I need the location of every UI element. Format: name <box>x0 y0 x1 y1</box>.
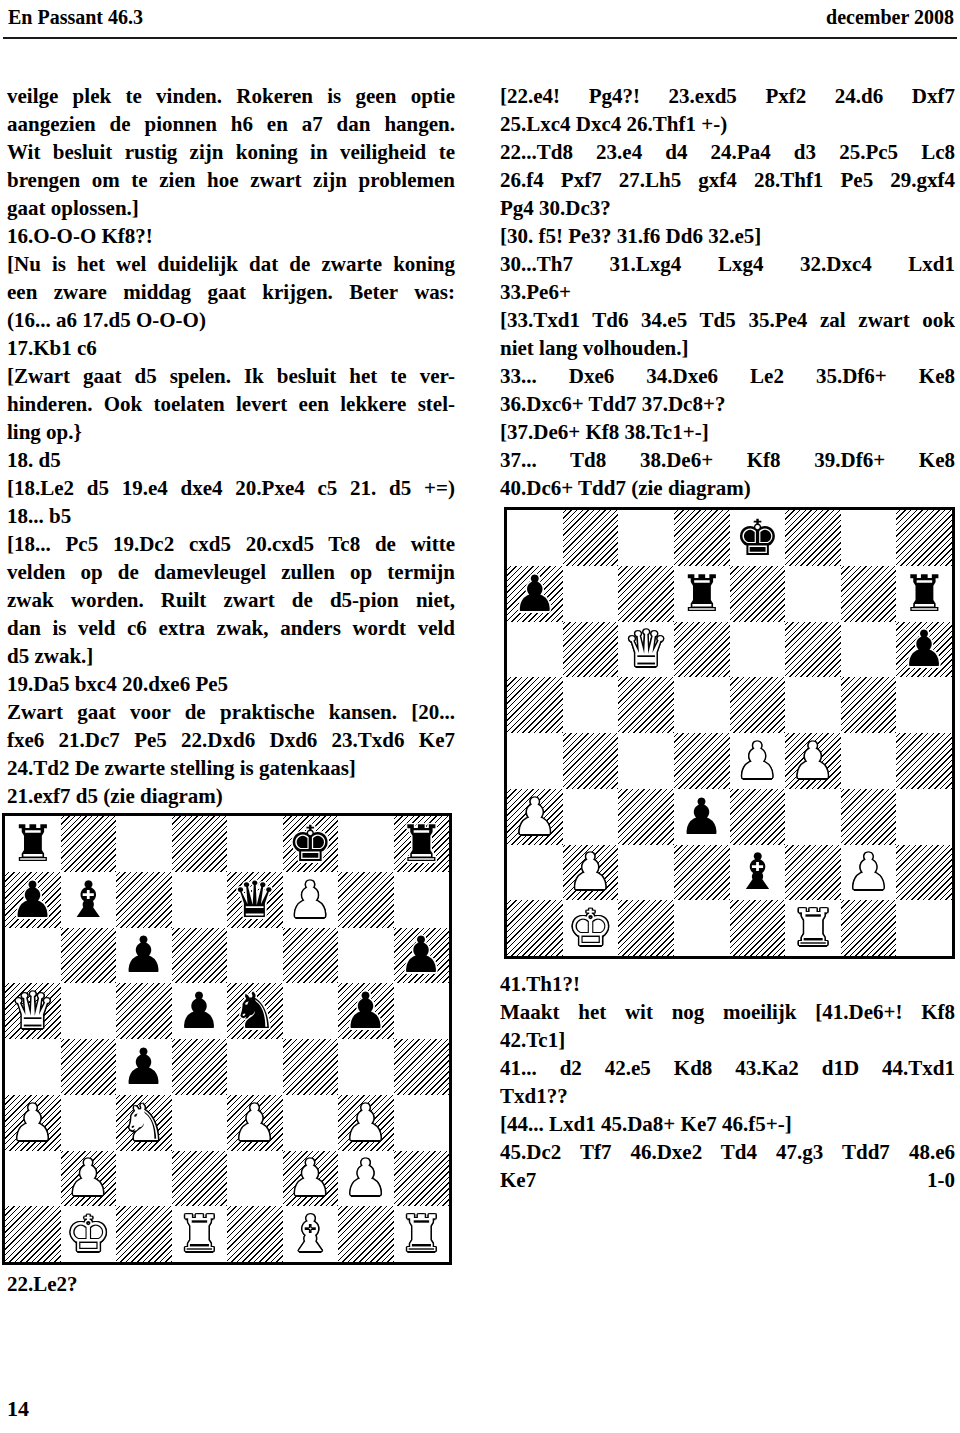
square-c8 <box>116 816 172 872</box>
text-line: 45.Dc2 Tf7 46.Dxe2 Td4 47.g3 Tdd7 48.e6 <box>500 1138 955 1166</box>
square-c4 <box>618 733 674 789</box>
black-pawn-d3: ♟ <box>679 792 724 842</box>
white-pawn-a3: ♟ <box>512 792 557 842</box>
square-h4 <box>896 733 952 789</box>
text-line: 37... Td8 38.De6+ Kf8 39.Df6+ Ke8 <box>500 446 955 474</box>
square-a2 <box>507 845 563 901</box>
square-e8 <box>227 816 283 872</box>
square-f7 <box>785 566 841 622</box>
square-g1 <box>338 1206 394 1262</box>
square-e1 <box>730 900 786 956</box>
white-king-b1: ♚ <box>66 1209 111 1259</box>
black-rook-h7: ♜ <box>902 569 947 619</box>
square-b6 <box>563 622 619 678</box>
magazine-title: En Passant 46.3 <box>8 6 143 29</box>
black-queen-e7: ♛ <box>232 875 277 925</box>
text-line: [18.Le2 d5 19.e4 dxe4 20.Pxe4 c5 21. d5 … <box>7 474 455 502</box>
square-d6 <box>172 928 228 984</box>
square-h8 <box>896 510 952 566</box>
square-c1 <box>618 900 674 956</box>
square-f1: ♝ <box>283 1206 339 1262</box>
square-b3 <box>61 1095 117 1151</box>
square-a8 <box>507 510 563 566</box>
header-rule <box>3 37 957 39</box>
square-g8 <box>338 816 394 872</box>
black-pawn-a7: ♟ <box>10 875 55 925</box>
square-d4 <box>674 733 730 789</box>
square-g4 <box>841 733 897 789</box>
white-knight-c3: ♞ <box>121 1098 166 1148</box>
square-b6 <box>61 928 117 984</box>
square-g8 <box>841 510 897 566</box>
white-pawn-f7: ♟ <box>288 875 333 925</box>
text-line: brengen om te zien hoe zwart zijn proble… <box>7 166 455 194</box>
text-line: [44... Lxd1 45.Da8+ Ke7 46.f5+-] <box>500 1110 955 1138</box>
square-c6: ♛ <box>618 622 674 678</box>
text-line: aangezien de pionnen h6 en a7 dan hangen… <box>7 110 455 138</box>
square-g7 <box>338 872 394 928</box>
square-f8: ♚ <box>283 816 339 872</box>
white-queen-c6: ♛ <box>624 624 669 674</box>
white-pawn-a3: ♟ <box>10 1098 55 1148</box>
text-line: dan is veld c6 extra zwak, anders wordt … <box>7 614 455 642</box>
square-b5 <box>563 677 619 733</box>
square-a5: ♛ <box>5 983 61 1039</box>
text-line: een zware middag gaat krijgen. Beter was… <box>7 278 455 306</box>
text-line: 25.Lxc4 Dxc4 26.Thf1 +-) <box>500 110 955 138</box>
square-h3 <box>394 1095 450 1151</box>
square-g3: ♟ <box>338 1095 394 1151</box>
text-line: niet lang volhouden.] <box>500 334 955 362</box>
square-c7 <box>116 872 172 928</box>
text-line: 33.Pe6+ <box>500 278 955 306</box>
square-b4 <box>61 1039 117 1095</box>
white-rook-h1: ♜ <box>399 1209 444 1259</box>
text-line: 41.Th1?! <box>500 970 955 998</box>
square-e7 <box>730 566 786 622</box>
square-e2: ♝ <box>730 845 786 901</box>
text-line: d5 zwak.] <box>7 642 455 670</box>
text-line: Ke71-0 <box>500 1166 955 1194</box>
right-text-column-top: [22.e4! Pg4?! 23.exd5 Pxf2 24.d6 Dxf725.… <box>500 82 955 502</box>
square-g4 <box>338 1039 394 1095</box>
text-line: [30. f5! Pe3? 31.f6 Dd6 32.e5] <box>500 222 955 250</box>
square-c1 <box>116 1206 172 1262</box>
square-d1: ♜ <box>172 1206 228 1262</box>
square-a3: ♟ <box>507 789 563 845</box>
square-c2 <box>618 845 674 901</box>
text-line: 30...Th7 31.Lxg4 Lxg4 32.Dxc4 Lxd1 <box>500 250 955 278</box>
white-pawn-e4: ♟ <box>735 736 780 786</box>
square-a7: ♟ <box>507 566 563 622</box>
square-f6 <box>785 622 841 678</box>
text-line: 18... b5 <box>7 502 455 530</box>
square-b2: ♟ <box>563 845 619 901</box>
chess-diagram-left: ♜♚♜♟♝♛♟♟♟♛♟♞♟♟♟♞♟♟♟♟♟♚♜♝♜ <box>2 813 452 1265</box>
square-e6 <box>730 622 786 678</box>
square-e3: ♟ <box>227 1095 283 1151</box>
square-a4 <box>507 733 563 789</box>
white-king-b1: ♚ <box>568 903 613 953</box>
square-a3: ♟ <box>5 1095 61 1151</box>
issue-date: december 2008 <box>826 6 954 29</box>
text-line: velden op de damevleugel zullen op termi… <box>7 558 455 586</box>
text-line: 40.Dc6+ Tdd7 (zie diagram) <box>500 474 955 502</box>
text-line: 16.O-O-O Kf8?! <box>7 222 455 250</box>
text-line: 21.exf7 d5 (zie diagram) <box>7 782 455 810</box>
square-g1 <box>841 900 897 956</box>
white-pawn-g2: ♟ <box>846 847 891 897</box>
square-b7 <box>563 566 619 622</box>
text-line: 26.f4 Pxf7 27.Lh5 gxf4 28.Thf1 Pe5 29.gx… <box>500 166 955 194</box>
move-22-line: 22.Le2? <box>7 1270 78 1298</box>
text-line: [22.e4! Pg4?! 23.exd5 Pxf2 24.d6 Dxf7 <box>500 82 955 110</box>
black-rook-d7: ♜ <box>679 569 724 619</box>
square-b1: ♚ <box>61 1206 117 1262</box>
square-c4: ♟ <box>116 1039 172 1095</box>
white-pawn-g3: ♟ <box>343 1098 388 1148</box>
square-e6 <box>227 928 283 984</box>
square-d2 <box>674 845 730 901</box>
black-rook-a8: ♜ <box>10 819 55 869</box>
text-line: 36.Dxc6+ Tdd7 37.Dc8+? <box>500 390 955 418</box>
square-f5 <box>283 983 339 1039</box>
text-line: (16... a6 17.d5 O-O-O) <box>7 306 455 334</box>
text-line: fxe6 21.Dc7 Pe5 22.Dxd6 Dxd6 23.Txd6 Ke7 <box>7 726 455 754</box>
square-c6: ♟ <box>116 928 172 984</box>
square-h7: ♜ <box>896 566 952 622</box>
square-f7: ♟ <box>283 872 339 928</box>
square-e4: ♟ <box>730 733 786 789</box>
square-b7: ♝ <box>61 872 117 928</box>
white-pawn-f2: ♟ <box>288 1153 333 1203</box>
square-b5 <box>61 983 117 1039</box>
square-d8 <box>172 816 228 872</box>
square-e5 <box>730 677 786 733</box>
black-pawn-c6: ♟ <box>121 930 166 980</box>
text-line: Maakt het wit nog moeilijk [41.De6+! Kf8 <box>500 998 955 1026</box>
square-h7 <box>394 872 450 928</box>
square-h1 <box>896 900 952 956</box>
square-g2: ♟ <box>841 845 897 901</box>
square-f5 <box>785 677 841 733</box>
square-b8 <box>563 510 619 566</box>
square-f8 <box>785 510 841 566</box>
black-pawn-h6: ♟ <box>399 930 444 980</box>
square-d1 <box>674 900 730 956</box>
white-pawn-g2: ♟ <box>343 1153 388 1203</box>
square-h6: ♟ <box>896 622 952 678</box>
square-h6: ♟ <box>394 928 450 984</box>
square-d2 <box>172 1151 228 1207</box>
square-d6 <box>674 622 730 678</box>
square-b4 <box>563 733 619 789</box>
black-rook-h8: ♜ <box>399 819 444 869</box>
square-e2 <box>227 1151 283 1207</box>
square-h1: ♜ <box>394 1206 450 1262</box>
square-f3 <box>283 1095 339 1151</box>
square-b2: ♟ <box>61 1151 117 1207</box>
black-bishop-b7: ♝ <box>66 875 111 925</box>
black-king-e8: ♚ <box>735 513 780 563</box>
square-f2 <box>785 845 841 901</box>
text-line: [18... Pc5 19.Dc2 cxd5 20.cxd5 Tc8 de wi… <box>7 530 455 558</box>
text-line: 41... d2 42.e5 Kd8 43.Ka2 d1D 44.Txd1 <box>500 1054 955 1082</box>
square-e7: ♛ <box>227 872 283 928</box>
square-f2: ♟ <box>283 1151 339 1207</box>
square-e1 <box>227 1206 283 1262</box>
text-line: 22...Td8 23.e4 d4 24.Pa4 d3 25.Pc5 Lc8 <box>500 138 955 166</box>
square-d4 <box>172 1039 228 1095</box>
square-h8: ♜ <box>394 816 450 872</box>
square-g7 <box>841 566 897 622</box>
white-queen-a5: ♛ <box>10 986 55 1036</box>
text-line: [Zwart gaat d5 spelen. Ik besluit het te… <box>7 362 455 390</box>
black-pawn-d5: ♟ <box>177 986 222 1036</box>
black-bishop-e2: ♝ <box>735 847 780 897</box>
square-f6 <box>283 928 339 984</box>
white-pawn-f4: ♟ <box>791 736 836 786</box>
square-c5 <box>116 983 172 1039</box>
text-line: gaat oplossen.] <box>7 194 455 222</box>
white-pawn-e3: ♟ <box>232 1098 277 1148</box>
square-a1 <box>507 900 563 956</box>
square-a4 <box>5 1039 61 1095</box>
square-d7 <box>172 872 228 928</box>
white-rook-d1: ♜ <box>177 1209 222 1259</box>
page-number: 14 <box>7 1396 29 1422</box>
square-e5: ♞ <box>227 983 283 1039</box>
square-a6 <box>5 928 61 984</box>
black-pawn-a7: ♟ <box>512 569 557 619</box>
square-b8 <box>61 816 117 872</box>
text-line: [Nu is het wel duidelijk dat de zwarte k… <box>7 250 455 278</box>
white-bishop-f1: ♝ <box>288 1209 333 1259</box>
white-rook-f1: ♜ <box>791 903 836 953</box>
square-d3 <box>172 1095 228 1151</box>
square-d3: ♟ <box>674 789 730 845</box>
text-line: zwak worden. Ruilt zwart de d5-pion niet… <box>7 586 455 614</box>
square-g6 <box>338 928 394 984</box>
text-line: Pg4 30.Dc3? <box>500 194 955 222</box>
square-h2 <box>896 845 952 901</box>
square-a7: ♟ <box>5 872 61 928</box>
game-result: 1-0 <box>927 1166 955 1194</box>
text-line: 24.Td2 De zwarte stelling is gatenkaas] <box>7 754 455 782</box>
black-pawn-g5: ♟ <box>343 986 388 1036</box>
text-line: Zwart gaat voor de praktische kansen. [2… <box>7 698 455 726</box>
square-c3 <box>618 789 674 845</box>
text-line: 19.Da5 bxc4 20.dxe6 Pe5 <box>7 670 455 698</box>
square-a8: ♜ <box>5 816 61 872</box>
square-c5 <box>618 677 674 733</box>
square-e4 <box>227 1039 283 1095</box>
square-b1: ♚ <box>563 900 619 956</box>
square-g6 <box>841 622 897 678</box>
square-g2: ♟ <box>338 1151 394 1207</box>
square-c3: ♞ <box>116 1095 172 1151</box>
square-f4 <box>283 1039 339 1095</box>
black-knight-e5: ♞ <box>232 986 277 1036</box>
text-line: Wit besluit rustig zijn koning in veilig… <box>7 138 455 166</box>
text-line: 42.Tc1] <box>500 1026 955 1054</box>
square-c7 <box>618 566 674 622</box>
square-e8: ♚ <box>730 510 786 566</box>
white-pawn-b2: ♟ <box>568 847 613 897</box>
text-line: 18. d5 <box>7 446 455 474</box>
square-h5 <box>896 677 952 733</box>
square-f3 <box>785 789 841 845</box>
square-g5: ♟ <box>338 983 394 1039</box>
square-a1 <box>5 1206 61 1262</box>
square-h3 <box>896 789 952 845</box>
black-pawn-h6: ♟ <box>902 624 947 674</box>
square-c2 <box>116 1151 172 1207</box>
moves-text: Ke7 <box>500 1166 536 1194</box>
square-b3 <box>563 789 619 845</box>
text-line: veilge plek te vinden. Rokeren is geen o… <box>7 82 455 110</box>
text-line: 17.Kb1 c6 <box>7 334 455 362</box>
square-f1: ♜ <box>785 900 841 956</box>
square-d5: ♟ <box>172 983 228 1039</box>
square-g5 <box>841 677 897 733</box>
left-text-column: veilge plek te vinden. Rokeren is geen o… <box>7 82 455 810</box>
square-h2 <box>394 1151 450 1207</box>
square-g3 <box>841 789 897 845</box>
black-pawn-c4: ♟ <box>121 1042 166 1092</box>
text-line: Txd1?? <box>500 1082 955 1110</box>
black-king-f8: ♚ <box>288 819 333 869</box>
square-a2 <box>5 1151 61 1207</box>
text-line: hinderen. Ook toelaten levert een lekker… <box>7 390 455 418</box>
square-f4: ♟ <box>785 733 841 789</box>
text-line: [37.De6+ Kf8 38.Tc1+-] <box>500 418 955 446</box>
text-line: ling op.} <box>7 418 455 446</box>
square-d7: ♜ <box>674 566 730 622</box>
square-h4 <box>394 1039 450 1095</box>
square-a6 <box>507 622 563 678</box>
square-c8 <box>618 510 674 566</box>
white-pawn-b2: ♟ <box>66 1153 111 1203</box>
right-text-column-bottom: 41.Th1?!Maakt het wit nog moeilijk [41.D… <box>500 970 955 1194</box>
text-line: [33.Txd1 Td6 34.e5 Td5 35.Pe4 zal zwart … <box>500 306 955 334</box>
square-d5 <box>674 677 730 733</box>
text-line: 33... Dxe6 34.Dxe6 Le2 35.Df6+ Ke8 <box>500 362 955 390</box>
square-d8 <box>674 510 730 566</box>
square-h5 <box>394 983 450 1039</box>
square-a5 <box>507 677 563 733</box>
square-e3 <box>730 789 786 845</box>
chess-diagram-right: ♚♟♜♜♛♟♟♟♟♟♟♝♟♚♜ <box>504 507 955 959</box>
